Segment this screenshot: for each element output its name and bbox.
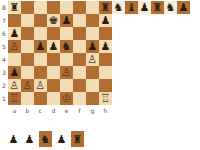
chess-app: 87654321 ♜♜♚♟♟♟♙♟♟♞♟♟♙♟♙♙♙♙♖♔♖ abcdefgh … — [0, 0, 200, 150]
square-a3[interactable]: ♟ — [8, 66, 21, 79]
square-g3[interactable] — [86, 66, 99, 79]
white-p-piece[interactable]: ♙ — [10, 79, 20, 92]
black-p-piece[interactable]: ♟ — [10, 66, 20, 79]
square-f6[interactable] — [73, 27, 86, 40]
file-label-b: b — [21, 106, 34, 115]
square-h4[interactable] — [99, 53, 112, 66]
square-e2[interactable] — [60, 79, 73, 92]
rank-label-3: 3 — [0, 66, 8, 79]
white-p-piece[interactable]: ♙ — [88, 53, 98, 66]
white-r-piece[interactable]: ♖ — [101, 92, 111, 105]
rank-label-7: 7 — [0, 14, 8, 27]
white-p-piece[interactable]: ♙ — [62, 66, 72, 79]
rank-label-4: 4 — [0, 53, 8, 66]
tray-bottom-p-piece[interactable]: ♟ — [55, 131, 68, 147]
tray-top-p-piece[interactable]: ♟ — [138, 1, 151, 14]
file-label-e: e — [60, 106, 73, 115]
tray-top-b-piece[interactable]: ♝ — [125, 1, 138, 14]
tray-bottom-p-piece[interactable]: ♟ — [7, 131, 20, 147]
rank-label-5: 5 — [0, 40, 8, 53]
square-c7[interactable] — [34, 14, 47, 27]
file-label-f: f — [73, 106, 86, 115]
square-g8[interactable] — [86, 1, 99, 14]
captured-pieces-tray-top: ♞♝♟♜♞♟ — [112, 1, 190, 14]
square-e4[interactable] — [60, 53, 73, 66]
square-b1[interactable] — [21, 92, 34, 105]
tray-top-n-piece[interactable]: ♞ — [112, 1, 125, 14]
square-b7[interactable] — [21, 14, 34, 27]
tray-bottom-n-piece[interactable]: ♞ — [39, 131, 52, 147]
square-f7[interactable] — [73, 14, 86, 27]
square-f8[interactable] — [73, 1, 86, 14]
file-label-h: h — [99, 106, 112, 115]
black-p-piece[interactable]: ♟ — [36, 40, 46, 53]
square-h3[interactable] — [99, 66, 112, 79]
square-b5[interactable] — [21, 40, 34, 53]
tray-bottom-p-piece[interactable]: ♟ — [23, 131, 36, 147]
square-d5[interactable]: ♟ — [47, 40, 60, 53]
rank-labels: 87654321 — [0, 1, 8, 105]
square-c6[interactable] — [34, 27, 47, 40]
white-p-piece[interactable]: ♙ — [23, 79, 33, 92]
tray-top-n-piece[interactable]: ♞ — [164, 1, 177, 14]
square-h7[interactable]: ♟ — [99, 14, 112, 27]
file-label-a: a — [8, 106, 21, 115]
square-g1[interactable] — [86, 92, 99, 105]
square-b8[interactable] — [21, 1, 34, 14]
square-d1[interactable] — [47, 92, 60, 105]
white-k-piece[interactable]: ♔ — [62, 92, 72, 105]
square-e6[interactable] — [60, 27, 73, 40]
white-r-piece[interactable]: ♖ — [10, 92, 20, 105]
square-a4[interactable] — [8, 53, 21, 66]
square-a1[interactable]: ♖ — [8, 92, 21, 105]
square-f2[interactable] — [73, 79, 86, 92]
square-g5[interactable]: ♟ — [86, 40, 99, 53]
square-e1[interactable]: ♔ — [60, 92, 73, 105]
file-label-g: g — [86, 106, 99, 115]
square-d4[interactable] — [47, 53, 60, 66]
file-label-c: c — [34, 106, 47, 115]
square-c1[interactable] — [34, 92, 47, 105]
square-f5[interactable] — [73, 40, 86, 53]
square-f4[interactable] — [73, 53, 86, 66]
white-p-piece[interactable]: ♙ — [10, 40, 20, 53]
square-g4[interactable]: ♙ — [86, 53, 99, 66]
square-a7[interactable] — [8, 14, 21, 27]
black-r-piece[interactable]: ♜ — [10, 1, 20, 14]
square-e5[interactable]: ♞ — [60, 40, 73, 53]
square-c4[interactable] — [34, 53, 47, 66]
square-a6[interactable]: ♟ — [8, 27, 21, 40]
tray-top-p-piece[interactable]: ♟ — [177, 1, 190, 14]
black-p-piece[interactable]: ♟ — [49, 40, 59, 53]
square-g6[interactable] — [86, 27, 99, 40]
square-c3[interactable] — [34, 66, 47, 79]
rank-label-6: 6 — [0, 27, 8, 40]
black-k-piece[interactable]: ♚ — [49, 14, 59, 27]
square-d6[interactable] — [47, 27, 60, 40]
square-e3[interactable]: ♙ — [60, 66, 73, 79]
black-p-piece[interactable]: ♟ — [62, 14, 72, 27]
square-c8[interactable] — [34, 1, 47, 14]
black-p-piece[interactable]: ♟ — [101, 14, 111, 27]
square-h1[interactable]: ♖ — [99, 92, 112, 105]
rank-label-1: 1 — [0, 92, 8, 105]
square-g2[interactable] — [86, 79, 99, 92]
captured-pieces-tray-bottom: ♟♟♞♟♜ — [7, 131, 87, 148]
black-p-piece[interactable]: ♟ — [88, 40, 98, 53]
square-b6[interactable] — [21, 27, 34, 40]
white-p-piece[interactable]: ♙ — [36, 79, 46, 92]
square-a8[interactable]: ♜ — [8, 1, 21, 14]
black-p-piece[interactable]: ♟ — [10, 27, 20, 40]
chess-board: ♜♜♚♟♟♟♙♟♟♞♟♟♙♟♙♙♙♙♖♔♖ — [8, 1, 112, 105]
square-f3[interactable] — [73, 66, 86, 79]
tray-top-r-piece[interactable]: ♜ — [151, 1, 164, 14]
square-d2[interactable] — [47, 79, 60, 92]
square-d7[interactable]: ♚ — [47, 14, 60, 27]
square-e7[interactable]: ♟ — [60, 14, 73, 27]
square-a5[interactable]: ♙ — [8, 40, 21, 53]
square-c2[interactable]: ♙ — [34, 79, 47, 92]
square-h8[interactable]: ♜ — [99, 1, 112, 14]
square-d8[interactable] — [47, 1, 60, 14]
square-g7[interactable] — [86, 14, 99, 27]
square-h2[interactable] — [99, 79, 112, 92]
tray-bottom-r-piece[interactable]: ♜ — [71, 131, 84, 147]
black-n-piece[interactable]: ♞ — [62, 40, 72, 53]
square-h5[interactable]: ♟ — [99, 40, 112, 53]
square-b3[interactable] — [21, 66, 34, 79]
file-label-d: d — [47, 106, 60, 115]
square-d3[interactable] — [47, 66, 60, 79]
black-p-piece[interactable]: ♟ — [101, 40, 111, 53]
square-e8[interactable] — [60, 1, 73, 14]
file-labels: abcdefgh — [8, 106, 112, 115]
black-r-piece[interactable]: ♜ — [101, 1, 111, 14]
rank-label-8: 8 — [0, 1, 8, 14]
rank-label-2: 2 — [0, 79, 8, 92]
square-b4[interactable] — [21, 53, 34, 66]
square-a2[interactable]: ♙ — [8, 79, 21, 92]
square-h6[interactable] — [99, 27, 112, 40]
square-f1[interactable] — [73, 92, 86, 105]
square-b2[interactable]: ♙ — [21, 79, 34, 92]
square-c5[interactable]: ♟ — [34, 40, 47, 53]
